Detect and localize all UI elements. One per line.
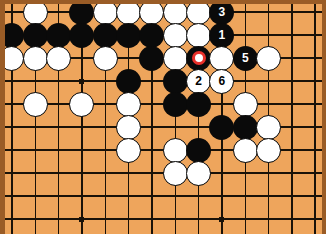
black-stone[interactable]: [23, 23, 48, 48]
intersection: [140, 47, 163, 70]
intersection: [187, 47, 210, 70]
intersection: [257, 47, 280, 70]
intersection: [24, 93, 47, 116]
intersection: [164, 139, 187, 162]
intersection: [164, 162, 187, 185]
intersection: [117, 70, 140, 93]
red-circle-marker: [192, 51, 206, 65]
star-point: [210, 208, 233, 231]
move-number-label: 5: [242, 52, 249, 64]
black-stone[interactable]: [186, 138, 211, 163]
white-stone[interactable]: [69, 92, 94, 117]
intersection: [140, 24, 163, 47]
move-number-label: 3: [219, 6, 226, 18]
black-stone[interactable]: [233, 115, 258, 140]
star-point: [70, 208, 93, 231]
black-stone[interactable]: [139, 46, 164, 71]
intersection: [234, 93, 257, 116]
go-board: 31526: [0, 0, 326, 234]
intersection: 2: [187, 70, 210, 93]
white-stone[interactable]: [186, 23, 211, 48]
intersection: [24, 47, 47, 70]
intersection: [117, 24, 140, 47]
move-number-label: 1: [219, 29, 226, 41]
intersection: 1: [210, 24, 233, 47]
star-point-square: [219, 217, 224, 222]
intersection: [70, 93, 93, 116]
white-stone[interactable]: [23, 46, 48, 71]
black-stone-move-5[interactable]: 5: [233, 46, 258, 71]
intersection: [164, 93, 187, 116]
white-stone[interactable]: [256, 46, 281, 71]
stones-layer: 31526: [0, 1, 326, 231]
black-stone[interactable]: [209, 115, 234, 140]
intersection: [234, 139, 257, 162]
intersection: [187, 24, 210, 47]
intersection: [117, 116, 140, 139]
star-point: [70, 70, 93, 93]
black-stone[interactable]: [69, 23, 94, 48]
white-stone[interactable]: [116, 92, 141, 117]
intersection: [210, 116, 233, 139]
intersection: [117, 139, 140, 162]
intersection: [94, 47, 117, 70]
white-stone[interactable]: [163, 161, 188, 186]
black-stone[interactable]: [116, 23, 141, 48]
intersection: [257, 139, 280, 162]
white-stone-move-6[interactable]: 6: [209, 69, 234, 94]
intersection: [164, 47, 187, 70]
move-number-label: 2: [195, 75, 202, 87]
intersection: [94, 24, 117, 47]
intersection: [187, 162, 210, 185]
intersection: [24, 24, 47, 47]
intersection: [187, 93, 210, 116]
white-stone[interactable]: [163, 23, 188, 48]
intersection: [70, 24, 93, 47]
board-frame-top: [0, 0, 326, 4]
white-stone[interactable]: [233, 92, 258, 117]
star-point-square: [79, 217, 84, 222]
board-frame-right: [322, 0, 326, 234]
intersection: [234, 116, 257, 139]
black-stone[interactable]: [163, 92, 188, 117]
intersection: [210, 47, 233, 70]
black-stone[interactable]: [116, 69, 141, 94]
white-stone[interactable]: [93, 46, 118, 71]
white-stone[interactable]: [116, 115, 141, 140]
black-stone-move-1[interactable]: 1: [209, 23, 234, 48]
white-stone[interactable]: [46, 46, 71, 71]
intersection: [47, 47, 70, 70]
intersection: [257, 116, 280, 139]
white-stone[interactable]: [186, 161, 211, 186]
intersection: [187, 139, 210, 162]
star-point-square: [79, 79, 84, 84]
white-stone[interactable]: [209, 46, 234, 71]
white-stone-move-2[interactable]: 2: [186, 69, 211, 94]
white-stone[interactable]: [163, 46, 188, 71]
white-stone[interactable]: [256, 138, 281, 163]
intersection: 6: [210, 70, 233, 93]
black-stone[interactable]: [46, 23, 71, 48]
intersection: [117, 93, 140, 116]
intersection: [164, 24, 187, 47]
white-stone[interactable]: [256, 115, 281, 140]
black-stone[interactable]: [93, 23, 118, 48]
move-number-label: 6: [219, 75, 226, 87]
black-stone[interactable]: [139, 23, 164, 48]
white-stone[interactable]: [233, 138, 258, 163]
intersection: [47, 24, 70, 47]
intersection: 5: [234, 47, 257, 70]
black-stone[interactable]: [186, 92, 211, 117]
intersection: [164, 70, 187, 93]
white-stone[interactable]: [163, 138, 188, 163]
white-stone[interactable]: [116, 138, 141, 163]
black-stone[interactable]: [186, 46, 211, 71]
go-diagram: 31526: [0, 0, 326, 234]
black-stone[interactable]: [163, 69, 188, 94]
board-frame-left: [0, 0, 5, 234]
white-stone[interactable]: [23, 92, 48, 117]
